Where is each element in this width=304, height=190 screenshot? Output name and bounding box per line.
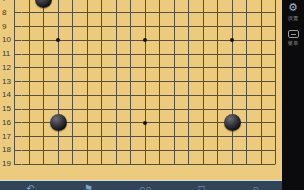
sidebar-button-menu[interactable]: 菜单 — [287, 29, 299, 47]
board-intersection[interactable] — [181, 61, 196, 75]
board-intersection[interactable] — [94, 88, 109, 102]
board-intersection[interactable] — [254, 33, 269, 47]
board-intersection[interactable] — [123, 88, 138, 102]
board-intersection[interactable] — [196, 33, 211, 47]
board-intersection[interactable] — [239, 130, 254, 144]
board-intersection[interactable] — [65, 20, 80, 34]
board-intersection[interactable] — [152, 157, 167, 171]
board-intersection[interactable] — [36, 61, 51, 75]
board-intersection[interactable] — [94, 102, 109, 116]
board-intersection[interactable] — [225, 61, 240, 75]
board-intersection[interactable] — [181, 102, 196, 116]
board-intersection[interactable] — [254, 61, 269, 75]
row-coordinate-label: 17 — [0, 132, 13, 142]
board-intersection[interactable] — [210, 102, 225, 116]
board-intersection[interactable] — [123, 61, 138, 75]
board-intersection[interactable] — [254, 6, 269, 20]
right-sidebar: ⚙ 设置 菜单 — [282, 0, 304, 190]
sidebar-settings-label: 设置 — [288, 15, 299, 21]
board-intersection[interactable] — [181, 6, 196, 20]
board-intersection[interactable] — [36, 20, 51, 34]
board-intersection[interactable] — [51, 6, 66, 20]
board-intersection[interactable] — [80, 47, 95, 61]
board-intersection[interactable] — [123, 116, 138, 130]
board-intersection[interactable] — [210, 143, 225, 157]
board-intersection[interactable] — [167, 102, 182, 116]
board-intersection[interactable] — [196, 47, 211, 61]
board-intersection[interactable] — [152, 61, 167, 75]
board-intersection[interactable] — [268, 143, 283, 157]
board-intersection[interactable] — [254, 102, 269, 116]
board-intersection[interactable] — [268, 88, 283, 102]
board-intersection[interactable] — [109, 143, 124, 157]
board-intersection[interactable] — [167, 6, 182, 20]
board-intersection[interactable] — [109, 47, 124, 61]
board-intersection[interactable] — [65, 75, 80, 89]
board-intersection[interactable] — [123, 20, 138, 34]
sidebar-menu-label: 菜单 — [288, 40, 299, 46]
board-intersection[interactable] — [51, 33, 66, 47]
board-intersection[interactable] — [36, 47, 51, 61]
board-intersection[interactable] — [138, 33, 153, 47]
board-intersection[interactable] — [36, 6, 51, 20]
board-intersection[interactable] — [138, 130, 153, 144]
board-intersection[interactable] — [239, 116, 254, 130]
board-intersection[interactable] — [225, 6, 240, 20]
go-board[interactable]: 78910111213141516171819 — [0, 0, 282, 181]
row-coordinate-label: 14 — [0, 90, 13, 100]
board-intersection[interactable] — [196, 116, 211, 130]
board-intersection[interactable] — [22, 143, 37, 157]
board-intersection[interactable] — [65, 6, 80, 20]
board-intersection[interactable] — [109, 116, 124, 130]
board-intersection[interactable] — [51, 130, 66, 144]
board-intersection[interactable] — [94, 157, 109, 171]
board-intersection[interactable] — [138, 61, 153, 75]
board-intersection[interactable] — [36, 116, 51, 130]
board-intersection[interactable] — [22, 130, 37, 144]
row-coordinate-label: 10 — [0, 35, 13, 45]
board-intersection[interactable] — [181, 116, 196, 130]
board-intersection[interactable] — [36, 157, 51, 171]
board-intersection[interactable] — [167, 33, 182, 47]
board-intersection[interactable] — [80, 157, 95, 171]
board-intersection[interactable] — [109, 75, 124, 89]
board-intersection[interactable] — [80, 130, 95, 144]
board-intersection[interactable] — [22, 47, 37, 61]
board-intersection[interactable] — [94, 6, 109, 20]
black-stone — [224, 114, 241, 131]
board-intersection[interactable] — [152, 20, 167, 34]
board-intersection[interactable] — [167, 20, 182, 34]
board-intersection[interactable] — [225, 33, 240, 47]
board-intersection[interactable] — [65, 130, 80, 144]
board-intersection[interactable] — [210, 116, 225, 130]
go-board-grid[interactable] — [7, 0, 283, 171]
board-intersection[interactable] — [268, 116, 283, 130]
row-coordinate-label: 19 — [0, 159, 13, 169]
board-intersection[interactable] — [268, 130, 283, 144]
board-intersection[interactable] — [181, 75, 196, 89]
board-intersection[interactable] — [51, 61, 66, 75]
board-intersection[interactable] — [65, 47, 80, 61]
board-intersection[interactable] — [181, 143, 196, 157]
board-intersection[interactable] — [65, 102, 80, 116]
board-intersection[interactable] — [167, 75, 182, 89]
board-intersection[interactable] — [268, 47, 283, 61]
board-intersection[interactable] — [138, 6, 153, 20]
board-intersection[interactable] — [254, 143, 269, 157]
board-intersection[interactable] — [138, 116, 153, 130]
board-intersection[interactable] — [225, 75, 240, 89]
board-intersection[interactable] — [268, 33, 283, 47]
board-intersection[interactable] — [210, 61, 225, 75]
board-intersection[interactable] — [225, 47, 240, 61]
undo-icon[interactable]: ↶ — [23, 183, 37, 190]
board-intersection[interactable] — [268, 61, 283, 75]
row-coordinate-label: 11 — [0, 49, 13, 59]
board-intersection[interactable] — [196, 75, 211, 89]
board-intersection[interactable] — [109, 88, 124, 102]
row-coordinate-label: 18 — [0, 145, 13, 155]
star-point — [143, 121, 147, 125]
menu-icon — [288, 30, 299, 38]
flag-icon[interactable]: ⚑ — [81, 183, 95, 190]
board-intersection[interactable] — [65, 33, 80, 47]
board-intersection[interactable] — [51, 157, 66, 171]
board-intersection[interactable] — [196, 130, 211, 144]
board-intersection[interactable] — [152, 116, 167, 130]
board-intersection[interactable] — [94, 116, 109, 130]
row-coordinate-label: 9 — [0, 22, 13, 32]
board-intersection[interactable] — [167, 130, 182, 144]
board-intersection[interactable] — [123, 47, 138, 61]
board-intersection[interactable] — [167, 61, 182, 75]
board-intersection[interactable] — [123, 102, 138, 116]
board-intersection[interactable] — [196, 157, 211, 171]
star-point — [143, 38, 147, 42]
board-intersection[interactable] — [138, 102, 153, 116]
board-intersection[interactable] — [109, 102, 124, 116]
board-icon[interactable]: □ — [194, 183, 208, 190]
board-intersection[interactable] — [225, 143, 240, 157]
board-intersection[interactable] — [239, 33, 254, 47]
board-intersection[interactable] — [36, 0, 51, 6]
board-intersection[interactable] — [51, 116, 66, 130]
board-intersection[interactable] — [225, 157, 240, 171]
board-intersection[interactable] — [109, 157, 124, 171]
board-intersection[interactable] — [65, 157, 80, 171]
board-intersection[interactable] — [254, 116, 269, 130]
board-intersection[interactable] — [80, 20, 95, 34]
black-stone — [50, 114, 67, 131]
board-intersection[interactable] — [109, 130, 124, 144]
board-intersection[interactable] — [167, 88, 182, 102]
board-intersection[interactable] — [22, 116, 37, 130]
board-intersection[interactable] — [181, 130, 196, 144]
board-intersection[interactable] — [94, 130, 109, 144]
board-intersection[interactable] — [167, 116, 182, 130]
board-intersection[interactable] — [80, 61, 95, 75]
board-intersection[interactable] — [181, 157, 196, 171]
board-intersection[interactable] — [65, 61, 80, 75]
board-intersection[interactable] — [51, 88, 66, 102]
row-coordinate-label: 13 — [0, 77, 13, 87]
board-intersection[interactable] — [225, 116, 240, 130]
star-point — [56, 38, 60, 42]
row-coordinate-label: 15 — [0, 104, 13, 114]
board-intersection[interactable] — [210, 33, 225, 47]
board-intersection[interactable] — [254, 75, 269, 89]
board-intersection[interactable] — [138, 20, 153, 34]
board-intersection[interactable] — [94, 61, 109, 75]
go-app-screen: 78910111213141516171819 ⚙ 设置 菜单 ↶⚑∩∩□○ — [0, 0, 304, 190]
board-intersection[interactable] — [254, 47, 269, 61]
board-intersection[interactable] — [152, 6, 167, 20]
board-intersection[interactable] — [36, 102, 51, 116]
board-intersection[interactable] — [152, 75, 167, 89]
board-intersection[interactable] — [225, 20, 240, 34]
board-intersection[interactable] — [80, 33, 95, 47]
board-intersection[interactable] — [254, 88, 269, 102]
board-intersection[interactable] — [36, 130, 51, 144]
board-intersection[interactable] — [123, 130, 138, 144]
board-intersection[interactable] — [239, 157, 254, 171]
board-intersection[interactable] — [80, 143, 95, 157]
board-intersection[interactable] — [225, 88, 240, 102]
board-intersection[interactable] — [80, 102, 95, 116]
board-intersection[interactable] — [51, 75, 66, 89]
board-intersection[interactable] — [94, 20, 109, 34]
board-intersection[interactable] — [196, 6, 211, 20]
board-intersection[interactable] — [94, 47, 109, 61]
board-intersection[interactable] — [210, 157, 225, 171]
board-intersection[interactable] — [239, 47, 254, 61]
board-intersection[interactable] — [138, 88, 153, 102]
board-intersection[interactable] — [239, 6, 254, 20]
board-intersection[interactable] — [65, 143, 80, 157]
board-intersection[interactable] — [36, 88, 51, 102]
board-intersection[interactable] — [196, 143, 211, 157]
board-intersection[interactable] — [123, 157, 138, 171]
board-intersection[interactable] — [167, 157, 182, 171]
users-icon[interactable]: ∩∩ — [138, 183, 152, 190]
board-intersection[interactable] — [22, 88, 37, 102]
board-intersection[interactable] — [123, 75, 138, 89]
row-coordinate-label: 16 — [0, 118, 13, 128]
board-intersection[interactable] — [268, 75, 283, 89]
board-intersection[interactable] — [138, 157, 153, 171]
board-intersection[interactable] — [196, 88, 211, 102]
board-intersection[interactable] — [51, 143, 66, 157]
board-intersection[interactable] — [22, 157, 37, 171]
board-intersection[interactable] — [268, 6, 283, 20]
board-intersection[interactable] — [239, 143, 254, 157]
board-intersection[interactable] — [22, 75, 37, 89]
board-intersection[interactable] — [138, 47, 153, 61]
board-intersection[interactable] — [22, 6, 37, 20]
board-intersection[interactable] — [239, 88, 254, 102]
board-intersection[interactable] — [254, 130, 269, 144]
board-intersection[interactable] — [94, 33, 109, 47]
board-intersection[interactable] — [239, 20, 254, 34]
row-coordinate-label: 12 — [0, 63, 13, 73]
board-intersection[interactable] — [181, 20, 196, 34]
board-intersection[interactable] — [210, 47, 225, 61]
bottom-toolbar[interactable]: ↶⚑∩∩□○ — [0, 180, 282, 190]
board-intersection[interactable] — [268, 102, 283, 116]
board-intersection[interactable] — [167, 47, 182, 61]
board-intersection[interactable] — [138, 143, 153, 157]
board-intersection[interactable] — [225, 130, 240, 144]
board-intersection[interactable] — [152, 33, 167, 47]
board-intersection[interactable] — [268, 20, 283, 34]
row-coordinate-label: 8 — [0, 8, 13, 18]
board-intersection[interactable] — [210, 88, 225, 102]
board-intersection[interactable] — [94, 143, 109, 157]
board-intersection[interactable] — [181, 88, 196, 102]
board-intersection[interactable] — [210, 75, 225, 89]
clock-icon[interactable]: ○ — [248, 183, 262, 190]
board-intersection[interactable] — [254, 20, 269, 34]
board-intersection[interactable] — [22, 102, 37, 116]
board-intersection[interactable] — [210, 20, 225, 34]
board-intersection[interactable] — [22, 61, 37, 75]
board-intersection[interactable] — [167, 143, 182, 157]
board-intersection[interactable] — [152, 47, 167, 61]
board-intersection[interactable] — [51, 47, 66, 61]
board-intersection[interactable] — [210, 6, 225, 20]
board-intersection[interactable] — [65, 116, 80, 130]
row-coordinate-label: 7 — [0, 0, 13, 4]
board-intersection[interactable] — [181, 47, 196, 61]
board-intersection[interactable] — [80, 75, 95, 89]
board-intersection[interactable] — [123, 33, 138, 47]
board-intersection[interactable] — [210, 130, 225, 144]
board-intersection[interactable] — [36, 75, 51, 89]
gear-icon: ⚙ — [288, 2, 298, 13]
board-intersection[interactable] — [65, 88, 80, 102]
board-intersection[interactable] — [196, 20, 211, 34]
board-intersection[interactable] — [22, 20, 37, 34]
board-intersection[interactable] — [123, 143, 138, 157]
board-intersection[interactable] — [109, 61, 124, 75]
board-intersection[interactable] — [152, 143, 167, 157]
board-intersection[interactable] — [80, 116, 95, 130]
sidebar-button-settings[interactable]: ⚙ 设置 — [287, 2, 299, 22]
board-intersection[interactable] — [80, 6, 95, 20]
board-intersection[interactable] — [268, 157, 283, 171]
star-point — [230, 38, 234, 42]
board-intersection[interactable] — [152, 88, 167, 102]
board-intersection[interactable] — [239, 61, 254, 75]
board-intersection[interactable] — [181, 33, 196, 47]
board-intersection[interactable] — [239, 75, 254, 89]
board-intersection[interactable] — [51, 20, 66, 34]
board-intersection[interactable] — [123, 6, 138, 20]
board-intersection[interactable] — [80, 88, 95, 102]
board-intersection[interactable] — [254, 157, 269, 171]
board-intersection[interactable] — [109, 33, 124, 47]
board-intersection[interactable] — [196, 61, 211, 75]
board-intersection[interactable] — [138, 75, 153, 89]
board-intersection[interactable] — [36, 33, 51, 47]
board-intersection[interactable] — [109, 20, 124, 34]
board-intersection[interactable] — [22, 33, 37, 47]
board-intersection[interactable] — [109, 6, 124, 20]
board-intersection[interactable] — [152, 102, 167, 116]
board-intersection[interactable] — [196, 102, 211, 116]
board-intersection[interactable] — [152, 130, 167, 144]
board-intersection[interactable] — [36, 143, 51, 157]
board-intersection[interactable] — [239, 102, 254, 116]
board-intersection[interactable] — [94, 75, 109, 89]
